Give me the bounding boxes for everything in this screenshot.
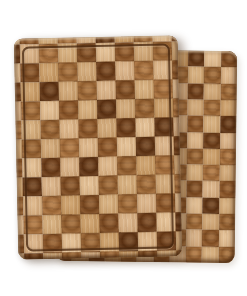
board-square (135, 118, 154, 137)
board-square (187, 148, 203, 164)
board-square (99, 176, 118, 195)
board-square (21, 120, 40, 139)
board-square (116, 80, 135, 99)
board-square (22, 139, 41, 158)
board-square (186, 214, 202, 231)
board-square (155, 155, 174, 174)
board-square (118, 194, 137, 213)
board-square (203, 197, 219, 213)
board-square (43, 253, 62, 259)
board-square (187, 181, 203, 198)
board-square (172, 60, 178, 79)
board-square (61, 214, 80, 233)
board-square (136, 156, 155, 175)
board-square (136, 137, 155, 156)
board-square (41, 139, 60, 158)
board-square (137, 175, 156, 194)
board-square (98, 157, 117, 176)
board-square (60, 157, 79, 176)
board-square (219, 214, 235, 231)
board-square (77, 62, 96, 81)
board-square (204, 132, 220, 149)
board-square (154, 98, 173, 117)
board-square (219, 165, 235, 182)
board-square (115, 42, 134, 61)
board-square (219, 181, 235, 198)
board-square (43, 234, 62, 253)
board-square (186, 246, 202, 262)
board-square (203, 181, 219, 198)
board-square (218, 247, 234, 263)
board-square (157, 250, 176, 256)
board-square (220, 116, 236, 133)
product-photo (0, 0, 247, 296)
board-square (79, 157, 98, 176)
board-square (59, 100, 78, 119)
board-square (204, 83, 220, 100)
board-square (219, 198, 235, 214)
board-square (23, 196, 42, 215)
board-square (99, 214, 118, 233)
board-square (22, 158, 41, 177)
board-square (220, 100, 236, 116)
board-square (24, 234, 43, 253)
board-square (21, 101, 40, 120)
board-square (220, 149, 236, 165)
board-square (62, 252, 81, 258)
board-square (41, 158, 60, 177)
board-square (117, 137, 136, 156)
board-square (119, 251, 138, 257)
board-square (220, 132, 236, 149)
board-square (100, 233, 119, 252)
board-square (203, 214, 219, 231)
board-square (81, 233, 100, 252)
board-square (173, 117, 179, 136)
board-square (154, 117, 173, 136)
board-square (219, 230, 235, 247)
board-square (78, 100, 97, 119)
board-square (40, 120, 59, 139)
board-square (79, 138, 98, 157)
board-square (20, 44, 39, 63)
board-square (23, 177, 42, 196)
board-square (97, 100, 116, 119)
board-square (138, 232, 157, 251)
board-square (116, 118, 135, 137)
board-square (42, 177, 61, 196)
board-square (188, 51, 204, 67)
board-square (221, 67, 237, 84)
board-square (156, 193, 175, 212)
board-square (77, 43, 96, 62)
board-square (59, 119, 78, 138)
board-square (115, 61, 134, 80)
board-square (97, 119, 116, 138)
board-square (188, 99, 204, 115)
board-square (62, 233, 81, 252)
board-square (58, 43, 77, 62)
board-square (187, 165, 203, 182)
board-square (172, 41, 178, 60)
board-square (203, 149, 219, 165)
board-square (153, 41, 172, 60)
board-square (186, 230, 202, 247)
board-square (173, 79, 179, 98)
board-square (202, 230, 218, 247)
board-square (138, 251, 157, 257)
board-square (59, 81, 78, 100)
board-square (137, 194, 156, 213)
board-square (21, 82, 40, 101)
board-square (96, 43, 115, 62)
board-square (204, 116, 220, 133)
board-square (175, 174, 181, 193)
board-square (134, 42, 153, 61)
board-square (188, 67, 204, 84)
board-square (203, 165, 219, 182)
board-square (157, 231, 176, 250)
board-square (220, 84, 236, 101)
board-square (174, 136, 180, 155)
board-square (134, 61, 153, 80)
board-square (205, 51, 221, 67)
front-board-grid (14, 35, 183, 259)
board-square (58, 62, 77, 81)
board-square (176, 231, 182, 250)
board-square (78, 81, 97, 100)
board-square (175, 193, 181, 212)
board-square (97, 81, 116, 100)
board-square (42, 196, 61, 215)
board-square (99, 195, 118, 214)
board-square (187, 132, 203, 149)
board-square (155, 136, 174, 155)
board-square (98, 138, 117, 157)
board-square (154, 79, 173, 98)
board-square (204, 67, 220, 84)
board-square (100, 252, 119, 258)
board-square (81, 252, 100, 258)
board-square (80, 176, 99, 195)
board-square (118, 213, 137, 232)
board-square (135, 99, 154, 118)
front-cutting-board (14, 35, 183, 259)
board-square (116, 99, 135, 118)
board-square (96, 62, 115, 81)
board-square (173, 98, 179, 117)
board-square (153, 60, 172, 79)
board-square (187, 116, 203, 133)
board-square (174, 155, 180, 174)
board-square (61, 176, 80, 195)
board-square (188, 83, 204, 100)
board-square (24, 253, 43, 259)
board-square (39, 44, 58, 63)
board-square (117, 156, 136, 175)
board-square (23, 215, 42, 234)
board-square (80, 214, 99, 233)
board-square (175, 212, 181, 231)
board-square (204, 100, 220, 116)
board-square (40, 82, 59, 101)
board-square (42, 215, 61, 234)
board-square (156, 212, 175, 231)
board-square (221, 51, 237, 67)
board-square (202, 246, 218, 262)
board-square (39, 63, 58, 82)
board-square (119, 232, 138, 251)
board-square (137, 213, 156, 232)
board-square (78, 119, 97, 138)
board-square (135, 80, 154, 99)
board-square (40, 101, 59, 120)
board-square (156, 174, 175, 193)
board-square (61, 195, 80, 214)
board-square (20, 63, 39, 82)
board-square (118, 175, 137, 194)
board-square (80, 195, 99, 214)
board-square (186, 197, 202, 213)
board-square (60, 138, 79, 157)
